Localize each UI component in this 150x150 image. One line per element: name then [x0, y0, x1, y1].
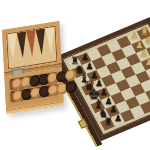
backgammon-point — [36, 28, 47, 56]
backgammon-point — [7, 33, 18, 61]
backgammon-point — [45, 27, 56, 55]
backgammon-point — [17, 31, 28, 59]
chess-square[interactable]: ♜ — [100, 118, 115, 131]
backgammon-case[interactable] — [2, 21, 64, 114]
backgammon-point — [26, 30, 37, 58]
board-border-strip: ♜♟♟♜♞♟♟♞♝♟♟♝♛♟♟♛♚♟♟♚♝♟♟♝♞♟♟♞♜♟♟♜ — [62, 23, 150, 136]
product-photo: ♜♟♟♜♞♟♟♞♝♟♟♝♛♟♟♛♚♟♟♚♝♟♟♝♞♟♟♞♜♟♟♜ — [0, 0, 150, 150]
backgammon-points-field — [7, 27, 56, 63]
